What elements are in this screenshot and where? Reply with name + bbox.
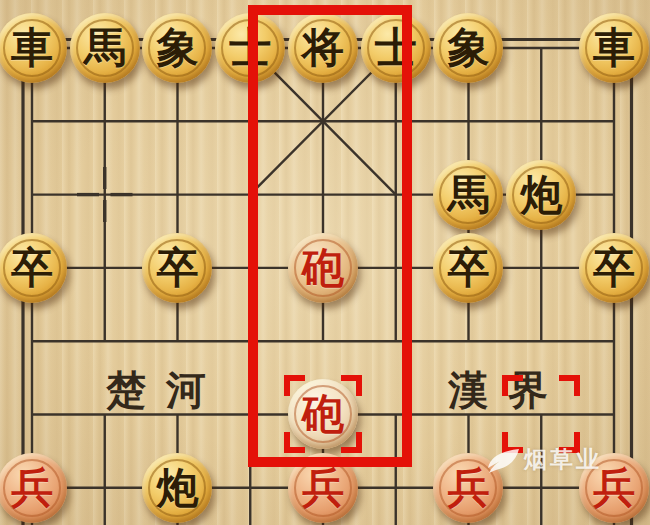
piece-black-soldier[interactable]: 卒 [579, 233, 649, 303]
piece-black-chariot[interactable]: 車 [0, 13, 67, 83]
highlight-rectangle [248, 5, 412, 467]
target-bracket [502, 375, 580, 453]
leaf-icon [487, 446, 521, 474]
piece-black-soldier[interactable]: 卒 [142, 233, 212, 303]
piece-black-elephant[interactable]: 象 [142, 13, 212, 83]
piece-black-elephant[interactable]: 象 [433, 13, 503, 83]
piece-black-chariot[interactable]: 車 [579, 13, 649, 83]
piece-black-cannon[interactable]: 炮 [506, 160, 576, 230]
piece-black-soldier[interactable]: 卒 [0, 233, 67, 303]
watermark: 烟草业 [487, 444, 602, 475]
target-bracket-corner-tl [502, 375, 523, 396]
piece-black-horse[interactable]: 馬 [433, 160, 503, 230]
piece-black-horse[interactable]: 馬 [70, 13, 140, 83]
watermark-text: 烟草业 [524, 444, 602, 475]
xiangqi-board-screenshot: 楚河 漢界 車馬象士将士象車馬炮卒卒砲卒卒砲兵炮兵兵兵 烟草业 [0, 0, 650, 525]
piece-black-soldier[interactable]: 卒 [433, 233, 503, 303]
target-bracket-corner-tr [559, 375, 580, 396]
piece-black-cannon[interactable]: 炮 [142, 453, 212, 523]
piece-red-soldier[interactable]: 兵 [0, 453, 67, 523]
